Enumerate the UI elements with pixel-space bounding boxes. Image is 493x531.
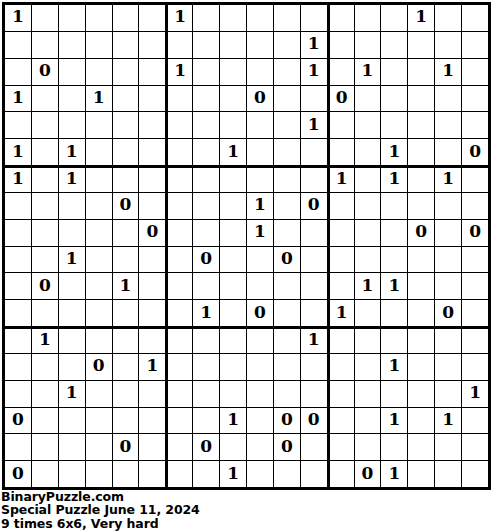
cell-r16c10[interactable] [247, 408, 273, 434]
cell-r3c13[interactable] [328, 59, 354, 85]
cell-r6c18: 0 [462, 139, 488, 165]
cell-r12c2[interactable] [32, 300, 58, 326]
cell-r12c5[interactable] [113, 300, 139, 326]
cell-r8c8[interactable] [193, 193, 219, 219]
cell-r3c17: 1 [435, 59, 461, 85]
cell-r7c10[interactable] [247, 166, 273, 192]
cell-r1c12[interactable] [301, 5, 327, 31]
cell-r17c5: 0 [113, 434, 139, 460]
cell-r16c14[interactable] [355, 408, 381, 434]
cell-r18c11[interactable] [274, 461, 300, 487]
cell-r18c2[interactable] [32, 461, 58, 487]
cell-r13c14[interactable] [355, 327, 381, 353]
cell-r3c8[interactable] [193, 59, 219, 85]
cell-r3c11[interactable] [274, 59, 300, 85]
cell-r7c12[interactable] [301, 166, 327, 192]
cell-r13c6[interactable] [139, 327, 165, 353]
cell-r5c6[interactable] [139, 112, 165, 138]
cell-r12c18[interactable] [462, 300, 488, 326]
cell-r10c11: 0 [274, 247, 300, 273]
cell-r15c16[interactable] [408, 381, 434, 407]
cell-r15c5[interactable] [113, 381, 139, 407]
cell-r11c17[interactable] [435, 273, 461, 299]
cell-r13c7[interactable] [166, 327, 192, 353]
cell-r18c5[interactable] [113, 461, 139, 487]
cell-r2c1[interactable] [5, 32, 31, 58]
cell-r10c6[interactable] [139, 247, 165, 273]
cell-r10c7[interactable] [166, 247, 192, 273]
cell-r8c3[interactable] [59, 193, 85, 219]
cell-r17c7[interactable] [166, 434, 192, 460]
cell-r11c13[interactable] [328, 273, 354, 299]
cell-r1c14[interactable] [355, 5, 381, 31]
cell-r14c11[interactable] [274, 354, 300, 380]
cell-r11c6[interactable] [139, 273, 165, 299]
cell-r14c18[interactable] [462, 354, 488, 380]
cell-r7c8[interactable] [193, 166, 219, 192]
cell-r17c12[interactable] [301, 434, 327, 460]
cell-r5c1[interactable] [5, 112, 31, 138]
cell-r4c10: 0 [247, 86, 273, 112]
cell-r2c18[interactable] [462, 32, 488, 58]
cell-r8c14[interactable] [355, 193, 381, 219]
cell-r15c2[interactable] [32, 381, 58, 407]
cell-r6c7[interactable] [166, 139, 192, 165]
cell-r2c16[interactable] [408, 32, 434, 58]
cell-r15c10[interactable] [247, 381, 273, 407]
cell-r12c8: 1 [193, 300, 219, 326]
binary-puzzle-page: 1111011111100111110111110100100100011110… [0, 0, 493, 531]
cell-r5c4[interactable] [86, 112, 112, 138]
cell-r17c14[interactable] [355, 434, 381, 460]
cell-r12c1[interactable] [5, 300, 31, 326]
cell-r16c7[interactable] [166, 408, 192, 434]
cell-r15c9[interactable] [220, 381, 246, 407]
cell-r2c15[interactable] [381, 32, 407, 58]
cell-r18c17[interactable] [435, 461, 461, 487]
cell-r12c3[interactable] [59, 300, 85, 326]
cell-r5c17[interactable] [435, 112, 461, 138]
cell-r7c13: 1 [328, 166, 354, 192]
cell-r17c4[interactable] [86, 434, 112, 460]
cell-r5c3[interactable] [59, 112, 85, 138]
cell-r10c2[interactable] [32, 247, 58, 273]
cell-r12c17: 0 [435, 300, 461, 326]
cell-r1c5[interactable] [113, 5, 139, 31]
cell-r3c3[interactable] [59, 59, 85, 85]
cell-r8c9[interactable] [220, 193, 246, 219]
cell-r15c11[interactable] [274, 381, 300, 407]
cell-r15c15[interactable] [381, 381, 407, 407]
cell-r2c6[interactable] [139, 32, 165, 58]
cell-r18c18[interactable] [462, 461, 488, 487]
cell-r9c6: 0 [139, 220, 165, 246]
cell-r1c7: 1 [166, 5, 192, 31]
cell-r16c11: 0 [274, 408, 300, 434]
cell-r13c5[interactable] [113, 327, 139, 353]
cell-r2c7[interactable] [166, 32, 192, 58]
cell-r4c15[interactable] [381, 86, 407, 112]
cell-r13c9[interactable] [220, 327, 246, 353]
cell-r9c14[interactable] [355, 220, 381, 246]
cell-r3c4[interactable] [86, 59, 112, 85]
cell-r4c7[interactable] [166, 86, 192, 112]
cell-r13c10[interactable] [247, 327, 273, 353]
cell-r1c11[interactable] [274, 5, 300, 31]
cell-r11c9[interactable] [220, 273, 246, 299]
cell-r11c10[interactable] [247, 273, 273, 299]
cell-r2c4[interactable] [86, 32, 112, 58]
cell-r15c8[interactable] [193, 381, 219, 407]
cell-r7c5[interactable] [113, 166, 139, 192]
cell-r14c12[interactable] [301, 354, 327, 380]
cell-r6c16[interactable] [408, 139, 434, 165]
cell-r6c17[interactable] [435, 139, 461, 165]
cell-r3c9[interactable] [220, 59, 246, 85]
cell-r11c3[interactable] [59, 273, 85, 299]
cell-r15c12[interactable] [301, 381, 327, 407]
cell-r9c18: 0 [462, 220, 488, 246]
cell-r9c13[interactable] [328, 220, 354, 246]
cell-r12c9[interactable] [220, 300, 246, 326]
cell-r18c1: 0 [5, 461, 31, 487]
cell-r2c12: 1 [301, 32, 327, 58]
cell-r6c10[interactable] [247, 139, 273, 165]
cell-r18c10[interactable] [247, 461, 273, 487]
cell-r11c11[interactable] [274, 273, 300, 299]
cell-r5c2[interactable] [32, 112, 58, 138]
cell-r10c5[interactable] [113, 247, 139, 273]
cell-r14c16[interactable] [408, 354, 434, 380]
cell-r5c8[interactable] [193, 112, 219, 138]
cell-r6c6[interactable] [139, 139, 165, 165]
cell-r10c10[interactable] [247, 247, 273, 273]
cell-r5c14[interactable] [355, 112, 381, 138]
cell-r13c13[interactable] [328, 327, 354, 353]
cell-r10c4[interactable] [86, 247, 112, 273]
cell-r10c18[interactable] [462, 247, 488, 273]
cell-r14c15: 1 [381, 354, 407, 380]
cell-r12c15[interactable] [381, 300, 407, 326]
cell-r1c3[interactable] [59, 5, 85, 31]
cell-r1c8[interactable] [193, 5, 219, 31]
cell-r4c5[interactable] [113, 86, 139, 112]
cell-r18c13[interactable] [328, 461, 354, 487]
cell-r16c16[interactable] [408, 408, 434, 434]
cell-r10c14[interactable] [355, 247, 381, 273]
cell-r10c3: 1 [59, 247, 85, 273]
cell-r17c3[interactable] [59, 434, 85, 460]
cell-r10c16[interactable] [408, 247, 434, 273]
cell-r1c1: 1 [5, 5, 31, 31]
cell-r13c12: 1 [301, 327, 327, 353]
cell-r11c12[interactable] [301, 273, 327, 299]
cell-r13c4[interactable] [86, 327, 112, 353]
cell-r4c3[interactable] [59, 86, 85, 112]
cell-r14c7[interactable] [166, 354, 192, 380]
cell-r1c15[interactable] [381, 5, 407, 31]
cell-r13c8[interactable] [193, 327, 219, 353]
cell-r17c1[interactable] [5, 434, 31, 460]
cell-r8c5: 0 [113, 193, 139, 219]
cell-r12c14[interactable] [355, 300, 381, 326]
cell-r4c16[interactable] [408, 86, 434, 112]
cell-r17c13[interactable] [328, 434, 354, 460]
cell-r10c15[interactable] [381, 247, 407, 273]
cell-r7c14[interactable] [355, 166, 381, 192]
cell-r15c14[interactable] [355, 381, 381, 407]
cell-r13c17[interactable] [435, 327, 461, 353]
cell-r15c4[interactable] [86, 381, 112, 407]
cell-r3c1[interactable] [5, 59, 31, 85]
cell-r16c6[interactable] [139, 408, 165, 434]
cell-r8c12: 0 [301, 193, 327, 219]
cell-r11c1[interactable] [5, 273, 31, 299]
cell-r11c8[interactable] [193, 273, 219, 299]
cell-r8c7[interactable] [166, 193, 192, 219]
cell-r5c7[interactable] [166, 112, 192, 138]
cell-r7c16[interactable] [408, 166, 434, 192]
cell-r1c9[interactable] [220, 5, 246, 31]
cell-r8c16[interactable] [408, 193, 434, 219]
cell-r6c8[interactable] [193, 139, 219, 165]
cell-r18c15: 1 [381, 461, 407, 487]
cell-r17c17[interactable] [435, 434, 461, 460]
cell-r4c9[interactable] [220, 86, 246, 112]
cell-r14c10[interactable] [247, 354, 273, 380]
cell-r1c2[interactable] [32, 5, 58, 31]
cell-r1c18[interactable] [462, 5, 488, 31]
cell-r2c13[interactable] [328, 32, 354, 58]
cell-r1c17[interactable] [435, 5, 461, 31]
cell-r9c1[interactable] [5, 220, 31, 246]
cell-r3c16[interactable] [408, 59, 434, 85]
cell-r17c9[interactable] [220, 434, 246, 460]
cell-r9c5[interactable] [113, 220, 139, 246]
cell-r9c4[interactable] [86, 220, 112, 246]
cell-r14c3[interactable] [59, 354, 85, 380]
cell-r9c17[interactable] [435, 220, 461, 246]
cell-r2c8[interactable] [193, 32, 219, 58]
cell-r6c14[interactable] [355, 139, 381, 165]
cell-r2c5[interactable] [113, 32, 139, 58]
cell-r13c11[interactable] [274, 327, 300, 353]
cell-r4c17[interactable] [435, 86, 461, 112]
cell-r14c8[interactable] [193, 354, 219, 380]
cell-r3c7: 1 [166, 59, 192, 85]
cell-r8c15[interactable] [381, 193, 407, 219]
cell-r9c11[interactable] [274, 220, 300, 246]
cell-r16c4[interactable] [86, 408, 112, 434]
cell-r17c15[interactable] [381, 434, 407, 460]
cell-r3c10[interactable] [247, 59, 273, 85]
cell-r4c6[interactable] [139, 86, 165, 112]
cell-r6c13[interactable] [328, 139, 354, 165]
cell-r14c2[interactable] [32, 354, 58, 380]
cell-r5c11[interactable] [274, 112, 300, 138]
cell-r4c8[interactable] [193, 86, 219, 112]
cell-r11c16[interactable] [408, 273, 434, 299]
cell-r17c2[interactable] [32, 434, 58, 460]
caption-site: BinaryPuzzle.com [1, 490, 492, 503]
cell-r5c10[interactable] [247, 112, 273, 138]
cell-r9c16: 0 [408, 220, 434, 246]
cell-r15c6[interactable] [139, 381, 165, 407]
cell-r6c15: 1 [381, 139, 407, 165]
cell-r2c14[interactable] [355, 32, 381, 58]
cell-r17c10[interactable] [247, 434, 273, 460]
cell-r1c13[interactable] [328, 5, 354, 31]
cell-r2c9[interactable] [220, 32, 246, 58]
cell-r5c15[interactable] [381, 112, 407, 138]
cell-r15c7[interactable] [166, 381, 192, 407]
caption-title: Special Puzzle June 11, 2024 [1, 503, 492, 516]
cell-r14c9[interactable] [220, 354, 246, 380]
cell-r16c3[interactable] [59, 408, 85, 434]
cell-r8c17[interactable] [435, 193, 461, 219]
cell-r4c18[interactable] [462, 86, 488, 112]
cell-r1c10[interactable] [247, 5, 273, 31]
cell-r6c4[interactable] [86, 139, 112, 165]
cell-r10c13[interactable] [328, 247, 354, 273]
cell-r15c18: 1 [462, 381, 488, 407]
cell-r18c3[interactable] [59, 461, 85, 487]
cell-r8c10: 1 [247, 193, 273, 219]
cell-r2c10[interactable] [247, 32, 273, 58]
cell-r7c6[interactable] [139, 166, 165, 192]
cell-r1c4[interactable] [86, 5, 112, 31]
cell-r8c18[interactable] [462, 193, 488, 219]
cell-r11c4[interactable] [86, 273, 112, 299]
cell-r10c9[interactable] [220, 247, 246, 273]
cell-r5c18[interactable] [462, 112, 488, 138]
cell-r2c3[interactable] [59, 32, 85, 58]
cell-r13c3[interactable] [59, 327, 85, 353]
cell-r2c2[interactable] [32, 32, 58, 58]
cell-r8c13[interactable] [328, 193, 354, 219]
cell-r16c13[interactable] [328, 408, 354, 434]
cell-r5c13[interactable] [328, 112, 354, 138]
cell-r16c2[interactable] [32, 408, 58, 434]
cell-r9c15[interactable] [381, 220, 407, 246]
cell-r3c18[interactable] [462, 59, 488, 85]
cell-r9c2[interactable] [32, 220, 58, 246]
cell-r8c1[interactable] [5, 193, 31, 219]
cell-r15c13[interactable] [328, 381, 354, 407]
cell-r8c6[interactable] [139, 193, 165, 219]
cell-r12c12[interactable] [301, 300, 327, 326]
cell-r11c7[interactable] [166, 273, 192, 299]
cell-r3c15[interactable] [381, 59, 407, 85]
cell-r14c14[interactable] [355, 354, 381, 380]
cell-r14c5[interactable] [113, 354, 139, 380]
cell-r9c3[interactable] [59, 220, 85, 246]
cell-r9c9[interactable] [220, 220, 246, 246]
cell-r6c11[interactable] [274, 139, 300, 165]
cell-r12c6[interactable] [139, 300, 165, 326]
cell-r9c7[interactable] [166, 220, 192, 246]
cell-r18c12[interactable] [301, 461, 327, 487]
cell-r13c16[interactable] [408, 327, 434, 353]
cell-r7c1: 1 [5, 166, 31, 192]
cell-r17c16[interactable] [408, 434, 434, 460]
cell-r7c3: 1 [59, 166, 85, 192]
cell-r9c8[interactable] [193, 220, 219, 246]
cell-r14c6: 1 [139, 354, 165, 380]
cell-r4c2[interactable] [32, 86, 58, 112]
cell-r7c4[interactable] [86, 166, 112, 192]
cell-r9c12[interactable] [301, 220, 327, 246]
cell-r7c2[interactable] [32, 166, 58, 192]
cell-r7c18[interactable] [462, 166, 488, 192]
cell-r6c2[interactable] [32, 139, 58, 165]
cell-r7c7[interactable] [166, 166, 192, 192]
cell-r8c2[interactable] [32, 193, 58, 219]
cell-r2c11[interactable] [274, 32, 300, 58]
cell-r10c1[interactable] [5, 247, 31, 273]
cell-r16c5[interactable] [113, 408, 139, 434]
cell-r18c6[interactable] [139, 461, 165, 487]
cell-r15c17[interactable] [435, 381, 461, 407]
cell-r5c9[interactable] [220, 112, 246, 138]
cell-r4c14[interactable] [355, 86, 381, 112]
cell-r3c6[interactable] [139, 59, 165, 85]
cell-r4c11[interactable] [274, 86, 300, 112]
cell-r15c1[interactable] [5, 381, 31, 407]
caption-subtitle: 9 times 6x6, Very hard [1, 517, 492, 530]
cell-r12c16[interactable] [408, 300, 434, 326]
cell-r16c8[interactable] [193, 408, 219, 434]
cell-r18c16[interactable] [408, 461, 434, 487]
cell-r17c6[interactable] [139, 434, 165, 460]
cell-r8c4[interactable] [86, 193, 112, 219]
cell-r11c18[interactable] [462, 273, 488, 299]
cell-r18c4[interactable] [86, 461, 112, 487]
cell-r13c1[interactable] [5, 327, 31, 353]
cell-r12c11[interactable] [274, 300, 300, 326]
cell-r6c3: 1 [59, 139, 85, 165]
cell-r2c17[interactable] [435, 32, 461, 58]
cell-r6c1: 1 [5, 139, 31, 165]
cell-r13c18[interactable] [462, 327, 488, 353]
cell-r6c5[interactable] [113, 139, 139, 165]
cell-r11c14: 1 [355, 273, 381, 299]
cell-r7c11[interactable] [274, 166, 300, 192]
cell-r6c12[interactable] [301, 139, 327, 165]
cell-r18c7[interactable] [166, 461, 192, 487]
cell-r4c13: 0 [328, 86, 354, 112]
cell-r10c12[interactable] [301, 247, 327, 273]
cell-r14c4: 0 [86, 354, 112, 380]
cell-r18c8[interactable] [193, 461, 219, 487]
cell-r14c17[interactable] [435, 354, 461, 380]
cell-r14c13[interactable] [328, 354, 354, 380]
cell-r16c18[interactable] [462, 408, 488, 434]
cell-r12c4[interactable] [86, 300, 112, 326]
cell-r5c16[interactable] [408, 112, 434, 138]
cell-r8c11[interactable] [274, 193, 300, 219]
cell-r4c12[interactable] [301, 86, 327, 112]
cell-r12c7[interactable] [166, 300, 192, 326]
cell-r14c1[interactable] [5, 354, 31, 380]
cell-r10c17[interactable] [435, 247, 461, 273]
cell-r7c9[interactable] [220, 166, 246, 192]
cell-r5c5[interactable] [113, 112, 139, 138]
cell-r1c6[interactable] [139, 5, 165, 31]
cell-r13c15[interactable] [381, 327, 407, 353]
cell-r3c5[interactable] [113, 59, 139, 85]
cell-r17c18[interactable] [462, 434, 488, 460]
